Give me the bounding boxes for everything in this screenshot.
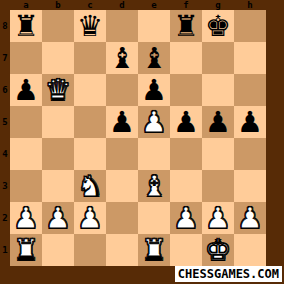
square-h4 [234,138,266,170]
square-b4 [42,138,74,170]
square-c8: ♛ [74,10,106,42]
black-queen-c8: ♛ [74,10,106,42]
square-h6 [234,74,266,106]
square-a1: ♜ [10,234,42,266]
square-f6 [170,74,202,106]
square-a2: ♟ [10,202,42,234]
square-b6: ♛ [42,74,74,106]
square-d8 [106,10,138,42]
square-g3 [202,170,234,202]
square-g5: ♟ [202,106,234,138]
white-pawn-e5: ♟ [138,106,170,138]
square-a3 [10,170,42,202]
square-c1 [74,234,106,266]
black-pawn-f5: ♟ [170,106,202,138]
black-pawn-g5: ♟ [202,106,234,138]
rank-label-8: 8 [0,10,10,42]
square-b7 [42,42,74,74]
rank-label-5: 5 [0,106,10,138]
square-c7 [74,42,106,74]
square-f4 [170,138,202,170]
white-king-g1: ♚ [202,234,234,266]
black-pawn-a6: ♟ [10,74,42,106]
square-c3: ♞ [74,170,106,202]
chess-board: ♜♛♜♚♝♝♟♛♟♟♟♟♟♟♞♝♟♟♟♟♟♟♜♜♚ [10,10,266,266]
square-g6 [202,74,234,106]
square-g7 [202,42,234,74]
square-e2 [138,202,170,234]
square-h8 [234,10,266,42]
rank-label-1: 1 [0,234,10,266]
square-d6 [106,74,138,106]
square-f8: ♜ [170,10,202,42]
square-c6 [74,74,106,106]
square-f7 [170,42,202,74]
square-c2: ♟ [74,202,106,234]
square-d5: ♟ [106,106,138,138]
square-a6: ♟ [10,74,42,106]
square-e5: ♟ [138,106,170,138]
square-d1 [106,234,138,266]
square-g1: ♚ [202,234,234,266]
black-rook-a8: ♜ [10,10,42,42]
square-f1 [170,234,202,266]
chess-diagram: abcdefgh 87654321 ♜♛♜♚♝♝♟♛♟♟♟♟♟♟♞♝♟♟♟♟♟♟… [0,0,284,284]
square-f2: ♟ [170,202,202,234]
square-a5 [10,106,42,138]
white-queen-b6: ♛ [42,74,74,106]
black-bishop-d7: ♝ [106,42,138,74]
square-a8: ♜ [10,10,42,42]
white-pawn-a2: ♟ [10,202,42,234]
black-pawn-e6: ♟ [138,74,170,106]
white-pawn-c2: ♟ [74,202,106,234]
rank-label-3: 3 [0,170,10,202]
square-e4 [138,138,170,170]
square-g4 [202,138,234,170]
square-b5 [42,106,74,138]
rank-label-2: 2 [0,202,10,234]
black-bishop-e7: ♝ [138,42,170,74]
square-d7: ♝ [106,42,138,74]
square-b3 [42,170,74,202]
chessgames-watermark: CHESSGAMES.COM [175,266,282,282]
square-a7 [10,42,42,74]
file-label-d: d [106,0,138,10]
square-d4 [106,138,138,170]
file-label-b: b [42,0,74,10]
square-b1 [42,234,74,266]
square-h2: ♟ [234,202,266,234]
white-rook-e1: ♜ [138,234,170,266]
square-b2: ♟ [42,202,74,234]
square-h5: ♟ [234,106,266,138]
square-d3 [106,170,138,202]
white-knight-c3: ♞ [74,170,106,202]
square-f5: ♟ [170,106,202,138]
square-g8: ♚ [202,10,234,42]
square-h1 [234,234,266,266]
square-b8 [42,10,74,42]
black-pawn-h5: ♟ [234,106,266,138]
rank-labels: 87654321 [0,10,10,266]
square-e1: ♜ [138,234,170,266]
square-e3: ♝ [138,170,170,202]
black-pawn-d5: ♟ [106,106,138,138]
white-pawn-b2: ♟ [42,202,74,234]
square-h3 [234,170,266,202]
file-label-e: e [138,0,170,10]
file-label-h: h [234,0,266,10]
square-e7: ♝ [138,42,170,74]
square-c5 [74,106,106,138]
white-pawn-h2: ♟ [234,202,266,234]
rank-label-6: 6 [0,74,10,106]
black-king-g8: ♚ [202,10,234,42]
white-pawn-g2: ♟ [202,202,234,234]
white-pawn-f2: ♟ [170,202,202,234]
white-rook-a1: ♜ [10,234,42,266]
square-e6: ♟ [138,74,170,106]
square-e8 [138,10,170,42]
black-rook-f8: ♜ [170,10,202,42]
square-h7 [234,42,266,74]
white-bishop-e3: ♝ [138,170,170,202]
square-f3 [170,170,202,202]
rank-label-4: 4 [0,138,10,170]
square-d2 [106,202,138,234]
square-a4 [10,138,42,170]
square-g2: ♟ [202,202,234,234]
rank-label-7: 7 [0,42,10,74]
square-c4 [74,138,106,170]
